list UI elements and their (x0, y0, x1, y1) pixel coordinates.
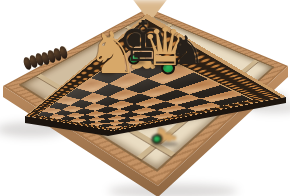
floor-shadow (108, 184, 238, 196)
board-square (106, 125, 123, 129)
chess-set-product-photo: ♟ ♟ ♞ ♚ ♛ ♞ (0, 0, 290, 196)
black-knight: ♞ (169, 34, 205, 66)
knight-glyph: ♞ (169, 27, 205, 73)
